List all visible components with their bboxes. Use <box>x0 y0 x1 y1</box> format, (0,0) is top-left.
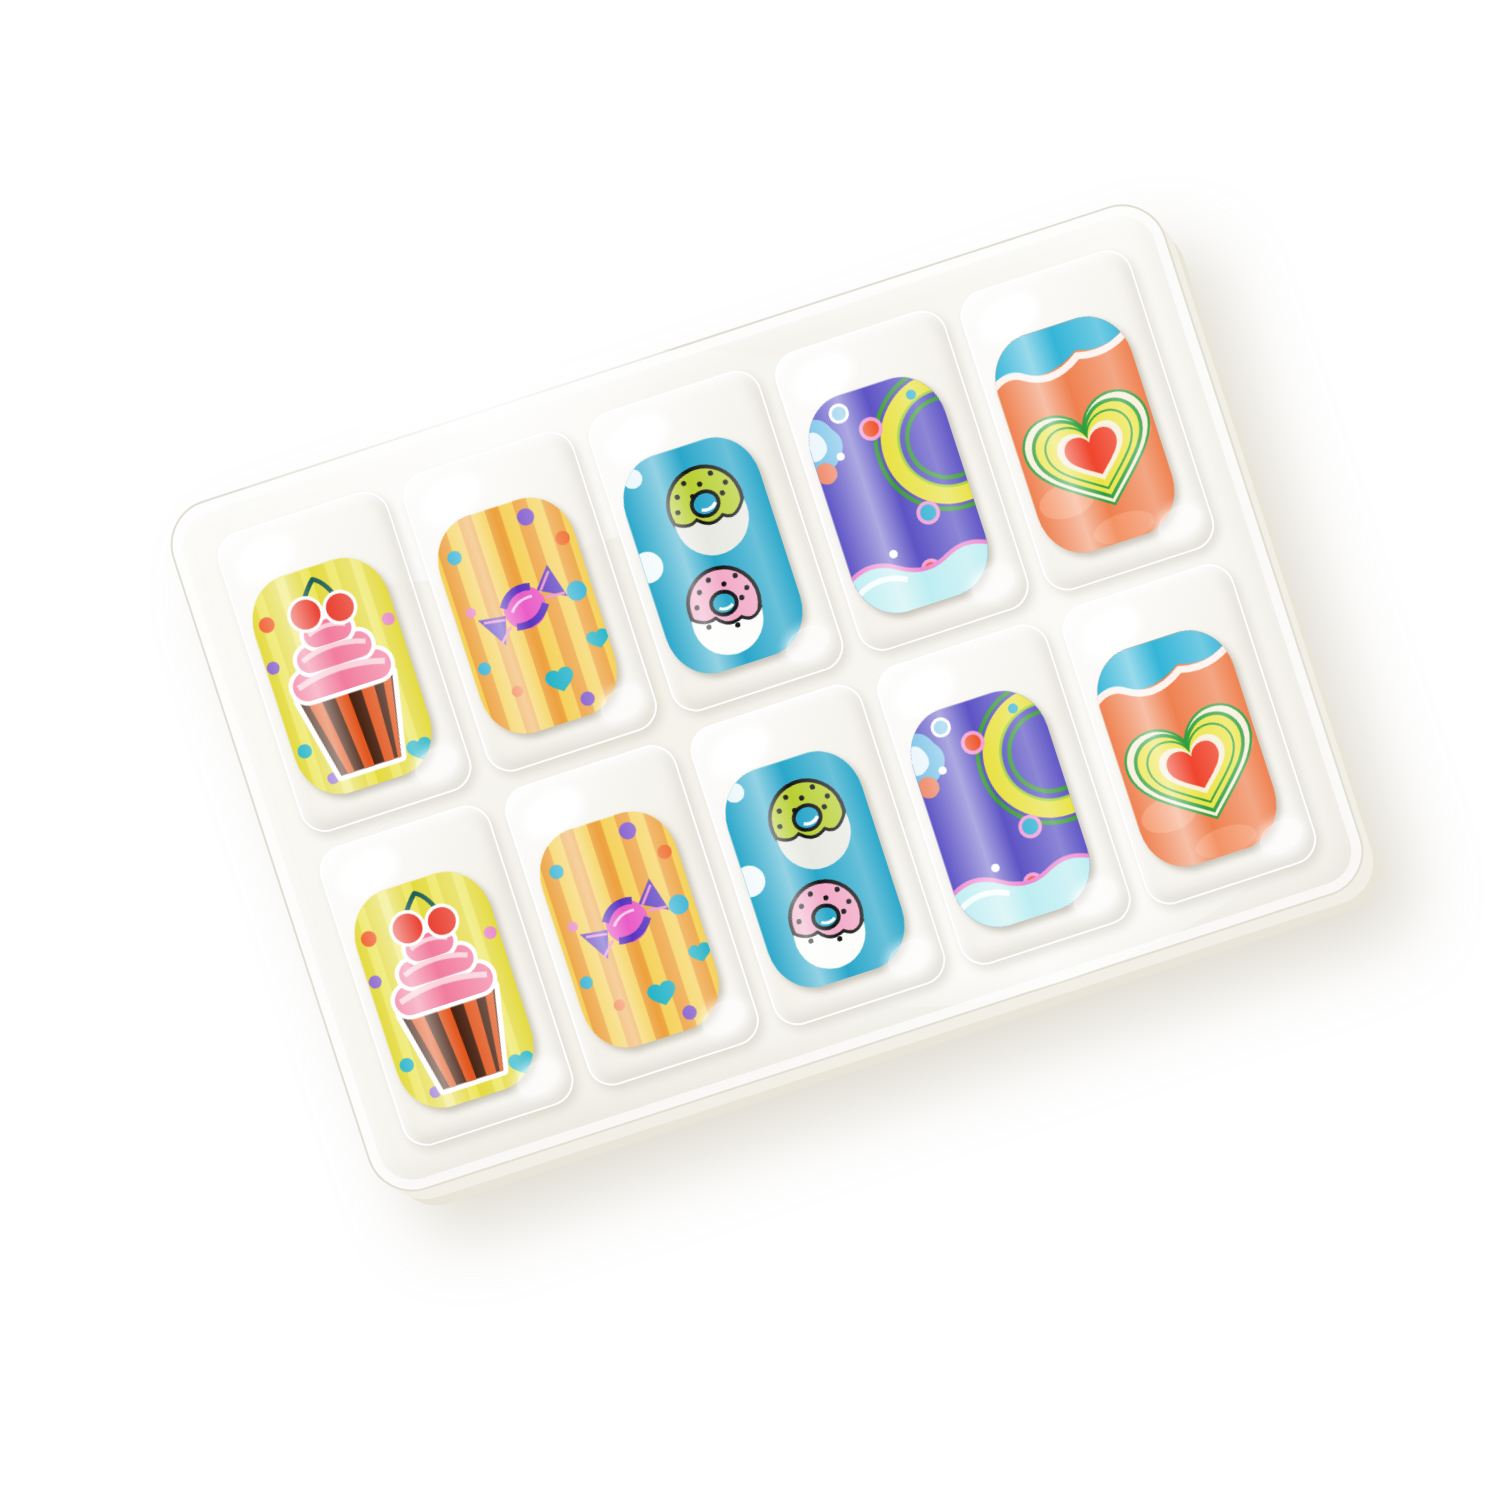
nail-cupcake-1 <box>234 531 450 820</box>
photo-canvas <box>0 0 1500 1500</box>
nail-cupcake-2 <box>336 845 552 1134</box>
nail-grid <box>161 195 1373 1201</box>
blister-tray <box>159 192 1376 1203</box>
